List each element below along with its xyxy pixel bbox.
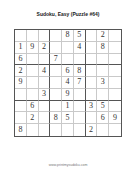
cell-r5c3 <box>39 77 51 89</box>
cell-r4c7 <box>86 65 98 77</box>
cell-r1c1 <box>15 30 27 42</box>
cell-r9c9 <box>109 124 121 136</box>
cell-r7c6 <box>74 101 86 113</box>
cell-r4c1: 2 <box>15 65 27 77</box>
cell-r8c5: 5 <box>62 112 74 124</box>
sudoku-sheet: Sudoku, Easy (Puzzle #64) 85219248672468… <box>0 0 136 176</box>
cell-r2c5 <box>62 42 74 54</box>
cell-r9c6 <box>74 124 86 136</box>
cell-r9c1: 8 <box>15 124 27 136</box>
cell-r1c2 <box>27 30 39 42</box>
cell-r3c6 <box>74 54 86 66</box>
cell-r1c7 <box>86 30 98 42</box>
cell-r3c2 <box>27 54 39 66</box>
cell-r7c5: 1 <box>62 101 74 113</box>
cell-r9c2 <box>27 124 39 136</box>
cell-r6c6 <box>74 89 86 101</box>
cell-r6c9 <box>109 89 121 101</box>
cell-r8c8: 6 <box>97 112 109 124</box>
cell-r8c2: 2 <box>27 112 39 124</box>
cell-r8c9: 9 <box>109 112 121 124</box>
cell-r6c1 <box>15 89 27 101</box>
cell-r5c2 <box>27 77 39 89</box>
cell-r5c5: 4 <box>62 77 74 89</box>
sudoku-grid: 8521924867246894733961352856982 <box>14 29 122 137</box>
cell-r4c4 <box>50 65 62 77</box>
cell-r2c8: 8 <box>97 42 109 54</box>
cell-r9c3 <box>39 124 51 136</box>
cell-r3c7 <box>86 54 98 66</box>
cell-r4c6: 8 <box>74 65 86 77</box>
cell-r6c8 <box>97 89 109 101</box>
cell-r9c4 <box>50 124 62 136</box>
cell-r6c2 <box>27 89 39 101</box>
cell-r4c3: 4 <box>39 65 51 77</box>
cell-r7c7: 3 <box>86 101 98 113</box>
cell-r6c5: 9 <box>62 89 74 101</box>
cell-r1c3 <box>39 30 51 42</box>
cell-r3c3 <box>39 54 51 66</box>
cell-r2c4 <box>50 42 62 54</box>
cell-r5c8: 3 <box>97 77 109 89</box>
cell-r2c2: 9 <box>27 42 39 54</box>
cell-r2c3: 2 <box>39 42 51 54</box>
cell-r6c7 <box>86 89 98 101</box>
cell-r3c5 <box>62 54 74 66</box>
cell-r8c6 <box>74 112 86 124</box>
cell-r5c7 <box>86 77 98 89</box>
cell-r2c9 <box>109 42 121 54</box>
cell-r1c9 <box>109 30 121 42</box>
cell-r3c9 <box>109 54 121 66</box>
cell-r4c2 <box>27 65 39 77</box>
cell-r1c8: 2 <box>97 30 109 42</box>
cell-r7c4 <box>50 101 62 113</box>
cell-r8c7 <box>86 112 98 124</box>
cell-r8c4: 8 <box>50 112 62 124</box>
cell-r9c7: 2 <box>86 124 98 136</box>
footer-url: www.printmysudoku.com <box>0 163 136 167</box>
cell-r9c8 <box>97 124 109 136</box>
cell-r5c9 <box>109 77 121 89</box>
cell-r2c6: 4 <box>74 42 86 54</box>
cell-r6c3: 3 <box>39 89 51 101</box>
cell-r7c2: 6 <box>27 101 39 113</box>
cell-r3c1: 6 <box>15 54 27 66</box>
cell-r9c5 <box>62 124 74 136</box>
cell-r3c8 <box>97 54 109 66</box>
cell-r8c3 <box>39 112 51 124</box>
cell-r4c8 <box>97 65 109 77</box>
cell-r4c9 <box>109 65 121 77</box>
cell-r7c9 <box>109 101 121 113</box>
cell-r2c7 <box>86 42 98 54</box>
cell-r7c3 <box>39 101 51 113</box>
cell-r6c4 <box>50 89 62 101</box>
cell-r5c4 <box>50 77 62 89</box>
cell-r4c5: 6 <box>62 65 74 77</box>
cell-r5c1: 9 <box>15 77 27 89</box>
cell-r2c1: 1 <box>15 42 27 54</box>
cell-r7c8: 5 <box>97 101 109 113</box>
cell-r3c4: 7 <box>50 54 62 66</box>
cell-r7c1 <box>15 101 27 113</box>
cell-r5c6: 7 <box>74 77 86 89</box>
page-title: Sudoku, Easy (Puzzle #64) <box>0 11 136 17</box>
cell-r1c6: 5 <box>74 30 86 42</box>
cell-r1c5: 8 <box>62 30 74 42</box>
cell-r8c1 <box>15 112 27 124</box>
cell-r1c4 <box>50 30 62 42</box>
